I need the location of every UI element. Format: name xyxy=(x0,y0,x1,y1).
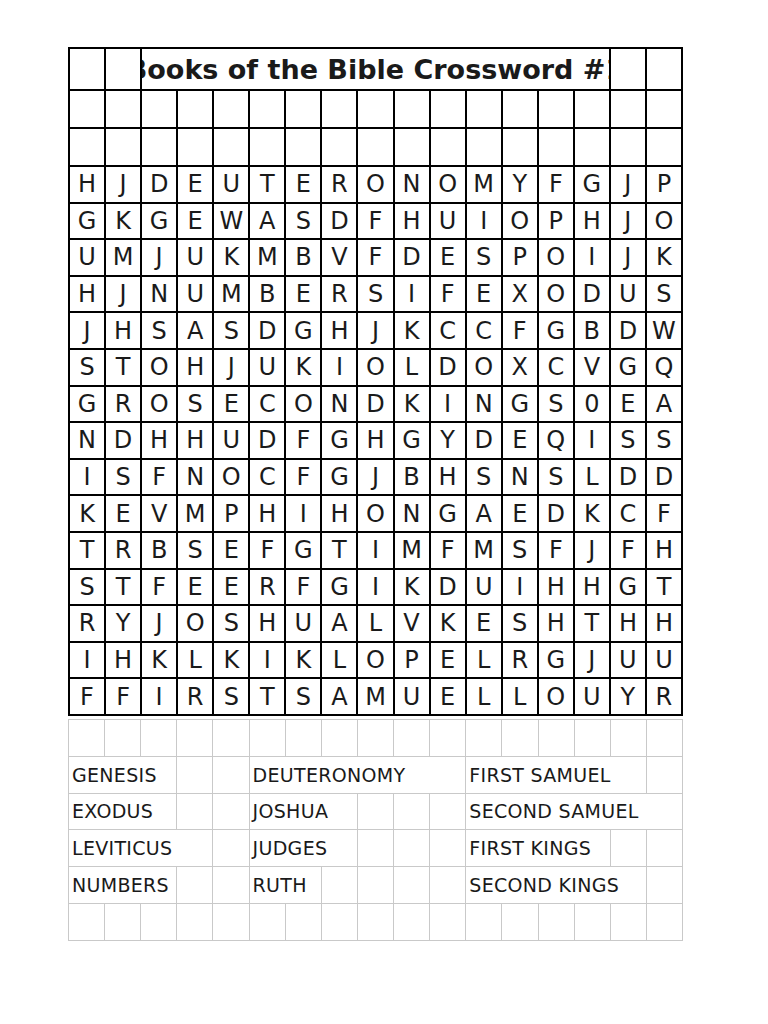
grid-cell: I xyxy=(503,570,537,605)
grid-cell: N xyxy=(142,277,176,312)
word-empty-cell xyxy=(177,794,212,830)
grid-cell: H xyxy=(250,606,284,641)
word-empty-cell xyxy=(647,904,682,940)
spacer-cell xyxy=(70,129,104,165)
grid-cell: N xyxy=(395,167,429,202)
grid-cell: E xyxy=(611,387,645,422)
grid-cell: C xyxy=(431,313,465,348)
grid-cell: P xyxy=(395,643,429,678)
grid-cell: E xyxy=(503,496,537,531)
grid-cell: R xyxy=(178,679,212,714)
word-empty-cell xyxy=(430,720,465,756)
word-empty-cell xyxy=(611,720,646,756)
grid-cell: F xyxy=(539,167,573,202)
grid-cell: T xyxy=(250,679,284,714)
grid-cell: Y xyxy=(611,679,645,714)
grid-cell: V xyxy=(322,240,356,275)
grid-cell: K xyxy=(575,496,609,531)
grid-cell: F xyxy=(286,460,320,495)
word-empty-cell xyxy=(611,830,646,866)
grid-cell: T xyxy=(250,167,284,202)
grid-cell: O xyxy=(539,679,573,714)
grid-cell: C xyxy=(611,496,645,531)
word-empty-cell xyxy=(394,794,429,830)
grid-cell: A xyxy=(178,313,212,348)
grid-cell: O xyxy=(178,606,212,641)
grid-cell: H xyxy=(647,533,681,568)
spacer-cell xyxy=(575,91,609,127)
puzzle-table: Books of the Bible Crossword #1HJDEUTERO… xyxy=(68,47,683,716)
word-empty-cell xyxy=(358,794,393,830)
word-empty-cell xyxy=(647,757,682,793)
spacer-cell xyxy=(142,129,176,165)
grid-cell: D xyxy=(431,350,465,385)
grid-cell: S xyxy=(647,277,681,312)
grid-cell: S xyxy=(358,277,392,312)
spacer-cell xyxy=(647,129,681,165)
grid-cell: J xyxy=(142,606,176,641)
grid-cell: D xyxy=(467,423,501,458)
grid-cell: F xyxy=(539,533,573,568)
grid-cell: D xyxy=(431,570,465,605)
word-empty-cell xyxy=(539,904,574,940)
word-empty-cell xyxy=(177,720,212,756)
grid-cell: D xyxy=(142,167,176,202)
grid-cell: D xyxy=(611,460,645,495)
word-label: JUDGES xyxy=(250,830,357,866)
grid-cell: Y xyxy=(503,167,537,202)
word-label: NUMBERS xyxy=(69,867,176,903)
grid-cell: H xyxy=(647,606,681,641)
grid-cell: O xyxy=(539,240,573,275)
grid-cell: O xyxy=(431,167,465,202)
grid-cell: H xyxy=(575,204,609,239)
word-empty-cell xyxy=(213,757,248,793)
grid-cell: B xyxy=(575,313,609,348)
grid-cell: J xyxy=(358,460,392,495)
word-empty-cell xyxy=(647,720,682,756)
grid-cell: H xyxy=(358,423,392,458)
grid-cell: R xyxy=(647,679,681,714)
grid-cell: H xyxy=(178,423,212,458)
header-empty-cell xyxy=(611,49,645,89)
grid-cell: T xyxy=(106,570,140,605)
grid-cell: I xyxy=(358,533,392,568)
grid-cell: G xyxy=(611,570,645,605)
grid-cell: W xyxy=(214,204,248,239)
grid-cell: F xyxy=(358,204,392,239)
grid-cell: H xyxy=(250,496,284,531)
grid-cell: J xyxy=(575,533,609,568)
spacer-cell xyxy=(178,91,212,127)
grid-cell: H xyxy=(322,496,356,531)
grid-cell: J xyxy=(214,350,248,385)
word-empty-cell xyxy=(575,720,610,756)
grid-cell: L xyxy=(178,643,212,678)
grid-cell: U xyxy=(611,277,645,312)
grid-cell: F xyxy=(503,313,537,348)
grid-cell: K xyxy=(395,313,429,348)
word-label: DEUTERONOMY xyxy=(250,757,466,793)
grid-cell: R xyxy=(503,643,537,678)
grid-cell: U xyxy=(286,606,320,641)
grid-cell: E xyxy=(286,167,320,202)
grid-cell: O xyxy=(286,387,320,422)
grid-cell: L xyxy=(467,643,501,678)
grid-cell: H xyxy=(106,643,140,678)
grid-cell: O xyxy=(503,204,537,239)
grid-cell: G xyxy=(70,204,104,239)
grid-cell: H xyxy=(106,313,140,348)
grid-cell: R xyxy=(322,277,356,312)
grid-cell: C xyxy=(539,350,573,385)
grid-cell: S xyxy=(214,679,248,714)
grid-cell: G xyxy=(611,350,645,385)
grid-cell: U xyxy=(178,240,212,275)
grid-cell: L xyxy=(322,643,356,678)
grid-cell: K xyxy=(214,643,248,678)
grid-cell: L xyxy=(395,350,429,385)
grid-cell: S xyxy=(214,313,248,348)
grid-cell: H xyxy=(611,606,645,641)
word-empty-cell xyxy=(213,867,248,903)
grid-cell: A xyxy=(322,606,356,641)
word-empty-cell xyxy=(322,904,357,940)
word-empty-cell xyxy=(502,720,537,756)
word-empty-cell xyxy=(575,904,610,940)
grid-cell: D xyxy=(106,423,140,458)
grid-cell: F xyxy=(647,496,681,531)
grid-cell: T xyxy=(575,606,609,641)
word-empty-cell xyxy=(430,867,465,903)
grid-cell: U xyxy=(178,277,212,312)
grid-cell: K xyxy=(395,570,429,605)
grid-cell: O xyxy=(214,460,248,495)
grid-cell: V xyxy=(395,606,429,641)
grid-cell: S xyxy=(611,423,645,458)
spacer-cell xyxy=(250,129,284,165)
grid-cell: S xyxy=(286,204,320,239)
grid-cell: S xyxy=(178,533,212,568)
word-empty-cell xyxy=(141,904,176,940)
spacer-cell xyxy=(322,91,356,127)
grid-cell: X xyxy=(503,350,537,385)
spacer-cell xyxy=(395,91,429,127)
grid-cell: U xyxy=(575,679,609,714)
word-empty-cell xyxy=(539,720,574,756)
grid-cell: J xyxy=(70,313,104,348)
grid-cell: E xyxy=(467,606,501,641)
grid-cell: P xyxy=(539,204,573,239)
grid-cell: D xyxy=(250,423,284,458)
word-list-table: GENESISDEUTERONOMYFIRST SAMUELEXODUSJOSH… xyxy=(68,719,683,941)
word-empty-cell xyxy=(213,794,248,830)
grid-cell: I xyxy=(575,423,609,458)
word-label: EXODUS xyxy=(69,794,176,830)
grid-cell: H xyxy=(70,167,104,202)
grid-cell: F xyxy=(431,533,465,568)
grid-cell: E xyxy=(106,496,140,531)
word-empty-cell xyxy=(250,904,285,940)
spacer-cell xyxy=(539,129,573,165)
word-empty-cell xyxy=(105,904,140,940)
word-empty-cell xyxy=(213,720,248,756)
grid-cell: E xyxy=(467,277,501,312)
grid-cell: S xyxy=(467,240,501,275)
grid-cell: S xyxy=(106,460,140,495)
word-empty-cell xyxy=(177,757,212,793)
grid-cell: S xyxy=(178,387,212,422)
spacer-cell xyxy=(322,129,356,165)
grid-cell: E xyxy=(431,643,465,678)
grid-cell: K xyxy=(70,496,104,531)
grid-cell: F xyxy=(106,679,140,714)
grid-cell: X xyxy=(503,277,537,312)
grid-cell: F xyxy=(286,423,320,458)
word-empty-cell xyxy=(250,720,285,756)
grid-cell: N xyxy=(178,460,212,495)
grid-cell: S xyxy=(647,423,681,458)
word-empty-cell xyxy=(466,720,501,756)
grid-cell: O xyxy=(358,643,392,678)
grid-cell: H xyxy=(539,570,573,605)
grid-cell: G xyxy=(395,423,429,458)
grid-cell: G xyxy=(539,313,573,348)
grid-cell: K xyxy=(142,643,176,678)
grid-cell: N xyxy=(503,460,537,495)
grid-cell: F xyxy=(142,570,176,605)
spacer-cell xyxy=(395,129,429,165)
grid-cell: E xyxy=(214,387,248,422)
grid-cell: S xyxy=(214,606,248,641)
grid-cell: E xyxy=(178,570,212,605)
grid-cell: H xyxy=(431,460,465,495)
grid-cell: F xyxy=(250,533,284,568)
spacer-cell xyxy=(106,91,140,127)
grid-cell: K xyxy=(395,387,429,422)
header-empty-cell xyxy=(647,49,681,89)
grid-cell: D xyxy=(322,204,356,239)
grid-cell: F xyxy=(70,679,104,714)
grid-cell: J xyxy=(575,643,609,678)
word-empty-cell xyxy=(213,830,248,866)
grid-cell: N xyxy=(467,387,501,422)
grid-cell: D xyxy=(611,313,645,348)
grid-cell: G xyxy=(503,387,537,422)
word-empty-cell xyxy=(394,720,429,756)
grid-cell: U xyxy=(250,350,284,385)
grid-cell: A xyxy=(467,496,501,531)
grid-cell: A xyxy=(322,679,356,714)
grid-cell: Q xyxy=(539,423,573,458)
spacer-cell xyxy=(358,129,392,165)
grid-cell: H xyxy=(539,606,573,641)
grid-cell: J xyxy=(106,167,140,202)
word-label: FIRST KINGS xyxy=(466,830,609,866)
grid-cell: J xyxy=(611,204,645,239)
grid-cell: U xyxy=(70,240,104,275)
word-empty-cell xyxy=(322,720,357,756)
grid-cell: U xyxy=(214,167,248,202)
grid-cell: T xyxy=(106,350,140,385)
grid-cell: E xyxy=(286,277,320,312)
grid-cell: V xyxy=(575,350,609,385)
grid-cell: R xyxy=(106,387,140,422)
grid-cell: G xyxy=(322,423,356,458)
word-empty-cell xyxy=(358,830,393,866)
grid-cell: I xyxy=(575,240,609,275)
word-label: GENESIS xyxy=(69,757,176,793)
grid-cell: E xyxy=(214,533,248,568)
grid-cell: P xyxy=(214,496,248,531)
grid-cell: M xyxy=(467,167,501,202)
word-empty-cell xyxy=(286,720,321,756)
grid-cell: U xyxy=(214,423,248,458)
grid-cell: S xyxy=(70,570,104,605)
grid-cell: E xyxy=(431,240,465,275)
spacer-cell xyxy=(539,91,573,127)
grid-cell: L xyxy=(575,460,609,495)
grid-cell: D xyxy=(539,496,573,531)
grid-cell: M xyxy=(395,533,429,568)
spacer-cell xyxy=(503,129,537,165)
grid-cell: B xyxy=(142,533,176,568)
grid-cell: O xyxy=(142,350,176,385)
grid-cell: Y xyxy=(431,423,465,458)
spacer-cell xyxy=(503,91,537,127)
grid-cell: J xyxy=(142,240,176,275)
grid-cell: L xyxy=(358,606,392,641)
spacer-cell xyxy=(142,91,176,127)
word-empty-cell xyxy=(105,720,140,756)
grid-cell: J xyxy=(106,277,140,312)
grid-cell: R xyxy=(70,606,104,641)
word-label: JOSHUA xyxy=(250,794,357,830)
grid-cell: G xyxy=(70,387,104,422)
grid-cell: I xyxy=(70,643,104,678)
spacer-cell xyxy=(611,91,645,127)
grid-cell: U xyxy=(611,643,645,678)
word-label: SECOND SAMUEL xyxy=(466,794,682,830)
grid-cell: B xyxy=(250,277,284,312)
header-empty-cell xyxy=(70,49,104,89)
word-empty-cell xyxy=(394,867,429,903)
grid-cell: M xyxy=(358,679,392,714)
spacer-cell xyxy=(106,129,140,165)
grid-cell: S xyxy=(467,460,501,495)
grid-cell: E xyxy=(178,167,212,202)
spacer-cell xyxy=(70,91,104,127)
grid-cell: K xyxy=(286,350,320,385)
word-empty-cell xyxy=(430,904,465,940)
grid-cell: R xyxy=(322,167,356,202)
grid-cell: H xyxy=(575,570,609,605)
word-empty-cell xyxy=(358,904,393,940)
grid-cell: D xyxy=(647,460,681,495)
grid-cell: V xyxy=(142,496,176,531)
grid-cell: J xyxy=(611,240,645,275)
grid-cell: M xyxy=(106,240,140,275)
spacer-cell xyxy=(286,91,320,127)
word-empty-cell xyxy=(502,904,537,940)
grid-cell: F xyxy=(611,533,645,568)
spacer-cell xyxy=(467,129,501,165)
grid-cell: C xyxy=(250,387,284,422)
grid-cell: C xyxy=(250,460,284,495)
grid-cell: B xyxy=(395,460,429,495)
grid-cell: D xyxy=(358,387,392,422)
grid-cell: O xyxy=(467,350,501,385)
word-label: LEVITICUS xyxy=(69,830,212,866)
grid-cell: J xyxy=(611,167,645,202)
grid-cell: P xyxy=(647,167,681,202)
word-empty-cell xyxy=(177,867,212,903)
grid-cell: T xyxy=(647,570,681,605)
grid-cell: K xyxy=(431,606,465,641)
grid-cell: I xyxy=(70,460,104,495)
grid-cell: T xyxy=(70,533,104,568)
spacer-cell xyxy=(214,129,248,165)
spacer-cell xyxy=(467,91,501,127)
word-empty-cell xyxy=(430,794,465,830)
grid-cell: S xyxy=(503,606,537,641)
grid-cell: D xyxy=(395,240,429,275)
word-label: SECOND KINGS xyxy=(466,867,646,903)
grid-cell: D xyxy=(575,277,609,312)
grid-cell: S xyxy=(539,387,573,422)
word-empty-cell xyxy=(647,867,682,903)
grid-cell: H xyxy=(395,204,429,239)
grid-cell: O xyxy=(358,496,392,531)
grid-cell: B xyxy=(286,240,320,275)
grid-cell: N xyxy=(70,423,104,458)
spacer-cell xyxy=(431,129,465,165)
spacer-cell xyxy=(214,91,248,127)
grid-cell: C xyxy=(467,313,501,348)
grid-cell: E xyxy=(431,679,465,714)
grid-cell: N xyxy=(395,496,429,531)
spacer-cell xyxy=(250,91,284,127)
spacer-cell xyxy=(575,129,609,165)
spacer-cell xyxy=(358,91,392,127)
spacer-cell xyxy=(178,129,212,165)
grid-cell: O xyxy=(142,387,176,422)
grid-cell: E xyxy=(178,204,212,239)
spacer-cell xyxy=(611,129,645,165)
grid-cell: F xyxy=(358,240,392,275)
grid-cell: F xyxy=(142,460,176,495)
grid-cell: U xyxy=(467,570,501,605)
word-empty-cell xyxy=(358,867,393,903)
grid-cell: R xyxy=(106,533,140,568)
grid-cell: M xyxy=(178,496,212,531)
grid-cell: I xyxy=(395,277,429,312)
grid-cell: G xyxy=(575,167,609,202)
grid-cell: H xyxy=(322,313,356,348)
word-label: FIRST SAMUEL xyxy=(466,757,646,793)
spacer-cell xyxy=(286,129,320,165)
grid-cell: E xyxy=(214,570,248,605)
grid-cell: G xyxy=(539,643,573,678)
word-empty-cell xyxy=(177,904,212,940)
grid-cell: I xyxy=(142,679,176,714)
word-empty-cell xyxy=(394,904,429,940)
grid-cell: Q xyxy=(647,350,681,385)
grid-cell: T xyxy=(322,533,356,568)
puzzle-title: Books of the Bible Crossword #1 xyxy=(142,49,609,89)
word-empty-cell xyxy=(358,720,393,756)
grid-cell: K xyxy=(286,643,320,678)
